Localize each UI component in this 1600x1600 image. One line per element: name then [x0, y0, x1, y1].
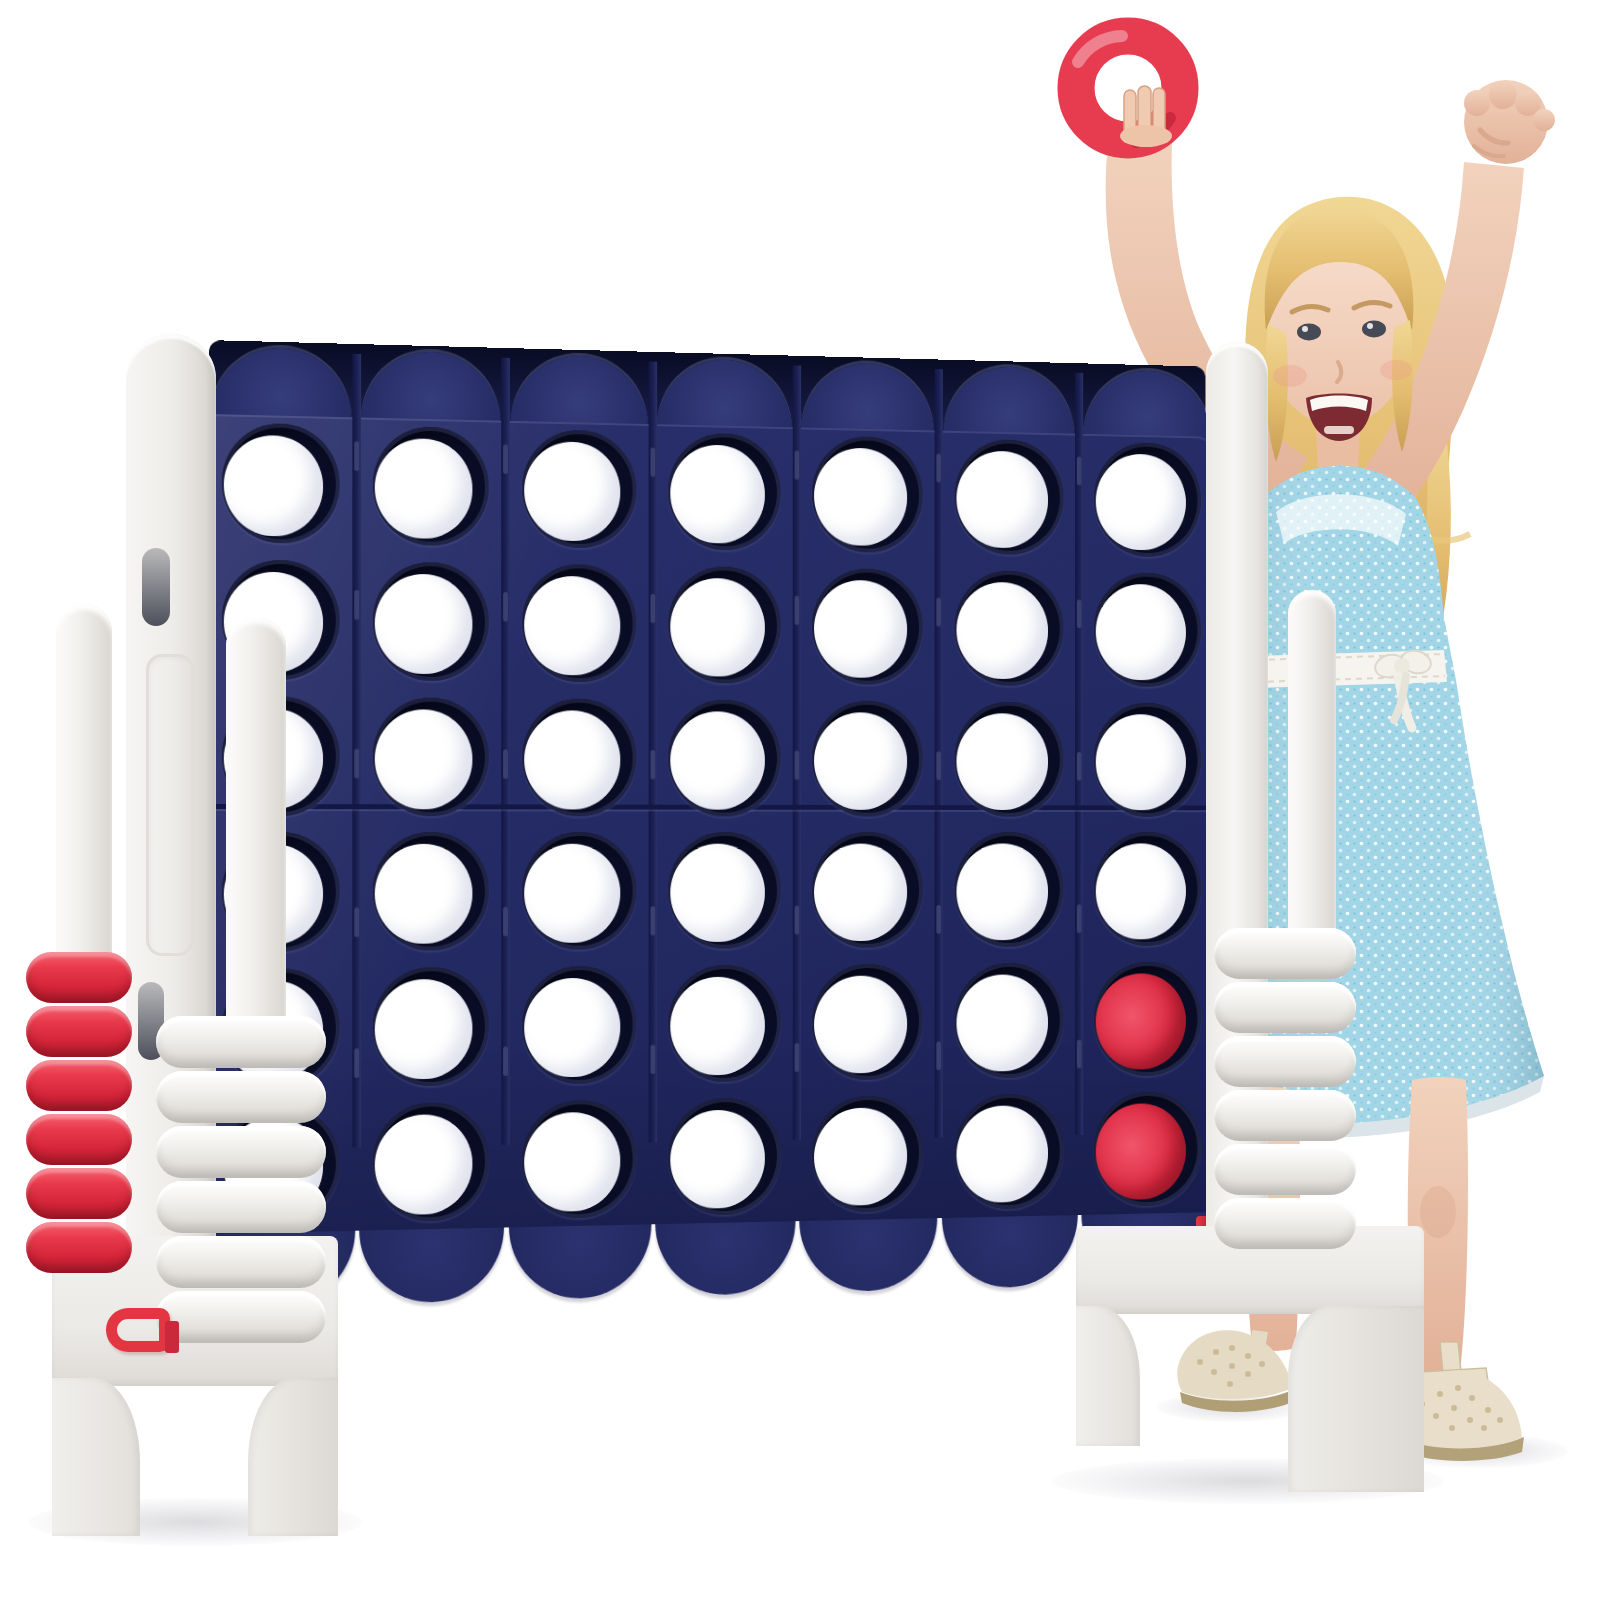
board-hole [373, 832, 489, 951]
leg-foot-left [52, 1378, 140, 1536]
board-hole [954, 701, 1063, 816]
empty-hole [375, 1114, 473, 1216]
empty-hole [670, 444, 765, 544]
cell-r4-c6 [939, 825, 1079, 956]
white-storage-ring [156, 1181, 326, 1233]
empty-hole [375, 438, 473, 540]
board-hole [373, 426, 489, 547]
board-hole [522, 564, 636, 683]
white-storage-ring [156, 1291, 326, 1343]
empty-hole [524, 1111, 620, 1212]
red-storage-ring [26, 952, 132, 1003]
cell-r6-c6 [939, 1085, 1079, 1218]
red-storage-ring [26, 1060, 132, 1111]
empty-hole [956, 450, 1048, 548]
board-hole [812, 832, 922, 948]
board-hole [522, 698, 636, 816]
connect-four-board [205, 340, 1216, 1325]
board-hole [1094, 702, 1201, 816]
red-storage-ring [26, 1168, 132, 1219]
cell-r3-c5 [797, 692, 939, 824]
child-hand-gripping-ring [1120, 86, 1172, 147]
cell-r2-c5 [797, 560, 939, 693]
board-hole [373, 967, 489, 1087]
board-hole [522, 1099, 636, 1219]
empty-hole [670, 844, 765, 943]
board-hole [812, 700, 922, 816]
board-hole [373, 697, 489, 816]
cell-r3-c7 [1079, 694, 1216, 824]
board-hole [954, 832, 1063, 947]
empty-hole [524, 575, 620, 675]
board-hole [668, 699, 780, 816]
empty-hole [375, 979, 473, 1080]
board-hole [522, 966, 636, 1085]
white-storage-ring [1214, 1090, 1356, 1141]
cell-r1-c3 [506, 421, 652, 557]
board-hole [373, 1101, 489, 1222]
board-hole [954, 439, 1063, 556]
empty-hole [814, 975, 907, 1073]
board-hole [668, 965, 780, 1083]
cell-r1-c4 [652, 424, 796, 559]
storage-peg-left-back [56, 604, 112, 966]
board-hole [812, 964, 922, 1081]
cell-r3-c6 [939, 693, 1079, 824]
dress-ribbon-belt [1256, 648, 1447, 728]
empty-hole [524, 441, 620, 542]
child-left-arm-and-fist [1350, 80, 1555, 528]
empty-hole [224, 435, 323, 537]
board-hole [954, 1093, 1063, 1210]
board-hole [222, 423, 340, 545]
cell-r2-c3 [506, 556, 652, 691]
empty-hole [375, 573, 473, 674]
board-hole [1094, 572, 1201, 687]
board-hole [668, 433, 780, 552]
empty-hole [956, 844, 1048, 941]
board-hole [812, 436, 922, 554]
cell-r3-c3 [506, 690, 652, 824]
white-storage-ring [156, 1126, 326, 1178]
empty-hole [670, 1109, 765, 1209]
cell-r5-c3 [506, 958, 652, 1093]
cell-r5-c4 [652, 957, 796, 1091]
board-hole [522, 832, 636, 950]
cell-r3-c2 [357, 689, 506, 824]
leg-foot-right [248, 1378, 338, 1536]
post-recess-panel [146, 654, 194, 956]
board-hole [522, 429, 636, 549]
storage-peg-left-front [226, 618, 286, 1030]
white-storage-ring [1214, 1198, 1356, 1249]
board-hole [954, 963, 1063, 1079]
board-hole [1094, 1091, 1201, 1207]
cell-r2-c6 [939, 562, 1079, 694]
stack-left-red [26, 952, 132, 1273]
leg-foot-right [1288, 1306, 1424, 1492]
empty-hole [1096, 844, 1186, 940]
cell-r6-c3 [506, 1091, 652, 1227]
child-face [1265, 206, 1414, 462]
stack-left-white [156, 1016, 326, 1343]
stack-right-white [1214, 928, 1356, 1249]
white-storage-ring [1214, 1144, 1356, 1195]
support-leg-right [1076, 1226, 1424, 1492]
empty-hole [1096, 584, 1186, 681]
cell-r6-c5 [797, 1087, 939, 1221]
cell-r1-c1 [205, 414, 356, 552]
empty-hole [1096, 453, 1186, 551]
board-hole [373, 561, 489, 681]
empty-hole [814, 580, 907, 678]
cell-r5-c6 [939, 955, 1079, 1087]
cell-r2-c4 [652, 558, 796, 692]
cell-r5-c5 [797, 956, 939, 1089]
empty-hole [814, 1107, 907, 1206]
empty-hole [814, 712, 907, 810]
white-storage-ring [1214, 982, 1356, 1033]
board-hole [1094, 832, 1201, 946]
cell-r4-c5 [797, 825, 939, 957]
empty-hole [956, 713, 1048, 810]
cell-r2-c7 [1079, 564, 1216, 695]
empty-hole [956, 974, 1048, 1072]
empty-hole [956, 582, 1048, 680]
release-slider-handle [106, 1308, 170, 1352]
cell-r1-c6 [939, 431, 1079, 564]
cell-r4-c2 [357, 824, 506, 959]
cell-r2-c2 [357, 553, 506, 689]
cell-r5-c2 [357, 959, 506, 1095]
board-hole [1094, 442, 1201, 558]
empty-hole [375, 709, 473, 809]
white-storage-ring [156, 1236, 326, 1288]
dress-yoke [1276, 494, 1406, 546]
white-storage-ring [156, 1016, 326, 1068]
empty-hole [524, 844, 620, 943]
board-grid [205, 414, 1216, 1234]
red-ring-piece [1096, 1103, 1186, 1201]
empty-hole [375, 844, 473, 944]
cell-r1-c2 [357, 418, 506, 555]
cell-r6-c2 [357, 1093, 506, 1230]
storage-peg-right [1288, 590, 1336, 942]
cell-r6-c7 [1079, 1083, 1216, 1215]
white-storage-ring [156, 1071, 326, 1123]
cell-r1-c7 [1079, 434, 1216, 566]
empty-hole [670, 976, 765, 1075]
board-hole [812, 568, 922, 685]
empty-hole [1096, 714, 1186, 810]
empty-hole [524, 978, 620, 1078]
empty-hole [670, 711, 765, 810]
child-neck [1316, 426, 1360, 472]
white-storage-ring [1214, 928, 1356, 979]
red-storage-ring [26, 1222, 132, 1273]
cell-r4-c3 [506, 824, 652, 958]
cell-r1-c5 [797, 428, 939, 562]
cell-r6-c4 [652, 1089, 796, 1224]
board-hole [1094, 962, 1201, 1077]
empty-hole [670, 578, 765, 677]
empty-hole [524, 710, 620, 809]
leg-foot-left [1076, 1306, 1140, 1446]
red-storage-ring [26, 1006, 132, 1057]
cell-r3-c4 [652, 691, 796, 824]
product-photo-scene [0, 0, 1600, 1600]
red-ring-piece [1096, 973, 1186, 1070]
board-hole [954, 570, 1063, 686]
board-hole [668, 566, 780, 684]
empty-hole [956, 1105, 1048, 1203]
board-hole [812, 1095, 922, 1213]
cell-r5-c7 [1079, 954, 1216, 1085]
post-handle-slot-icon [142, 548, 170, 626]
empty-hole [814, 447, 907, 546]
white-storage-ring [1214, 1036, 1356, 1087]
red-storage-ring [26, 1114, 132, 1165]
cell-r4-c7 [1079, 825, 1216, 955]
empty-hole [814, 844, 907, 942]
board-hole [668, 1097, 780, 1216]
cell-r4-c4 [652, 825, 796, 958]
child-hair-back [1245, 197, 1470, 708]
board-hole [668, 832, 780, 949]
held-red-ring [1076, 36, 1180, 142]
